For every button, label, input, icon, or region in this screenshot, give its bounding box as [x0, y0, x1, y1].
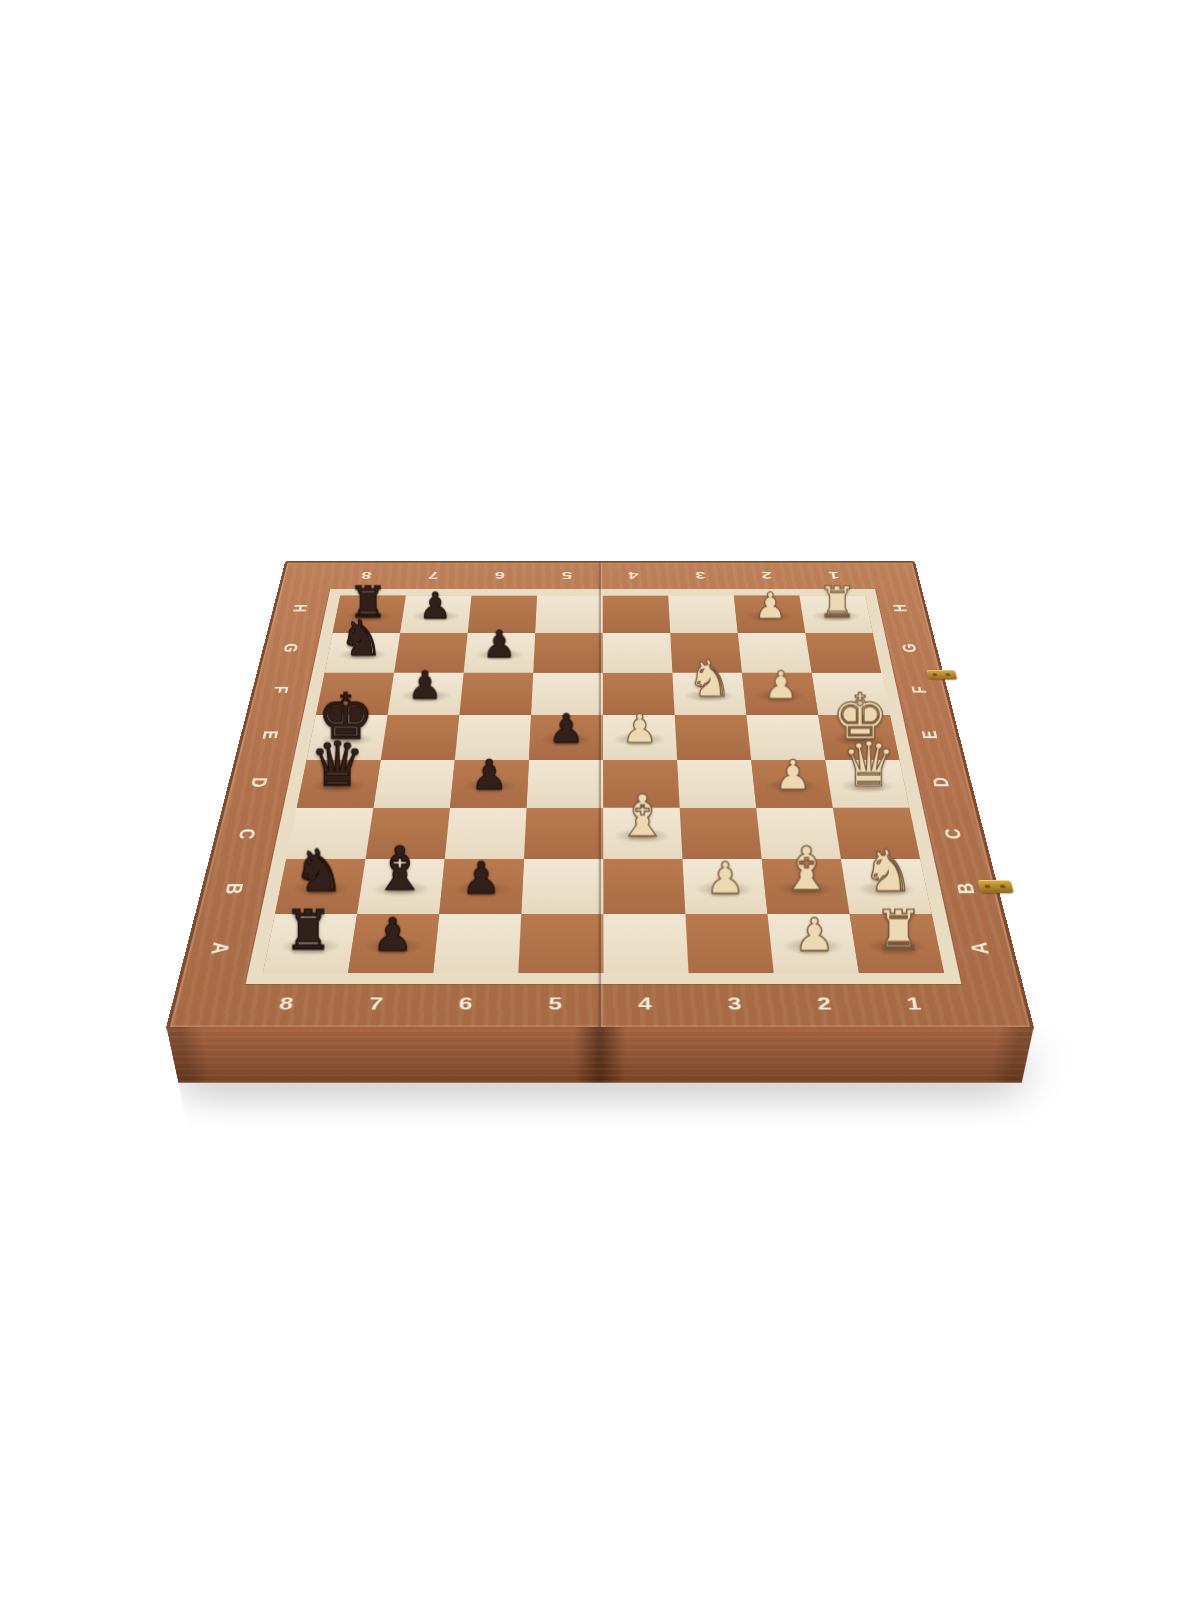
- square-f6: [459, 673, 533, 715]
- rank-label-near-7: 7: [329, 991, 422, 1017]
- square-g5: [533, 633, 603, 673]
- white-knight-b1: ♞: [862, 841, 914, 899]
- square-d1: ♛: [825, 760, 909, 808]
- square-h7: ♟: [400, 596, 471, 633]
- square-a2: ♟: [767, 914, 858, 973]
- board-frame: 87654321 87654321 HGFEDCBA HGFEDCBA ♜♟♟♜…: [166, 561, 1035, 1029]
- square-h5: [535, 596, 603, 633]
- black-pawn-h7: ♟: [419, 587, 451, 623]
- brass-clasp-bottom: [978, 880, 1014, 893]
- rank-label-far-7: 7: [399, 568, 468, 582]
- square-d8: ♛: [297, 760, 381, 808]
- white-bishop-b2: ♝: [780, 839, 834, 899]
- file-label-right-h: H: [864, 601, 936, 616]
- square-b4: [603, 859, 685, 914]
- rank-label-far-4: 4: [600, 568, 667, 582]
- black-pawn-a7: ♟: [372, 912, 413, 958]
- square-a6: [433, 914, 521, 973]
- white-rook-h1: ♜: [818, 580, 857, 623]
- black-knight-g8: ♞: [339, 613, 383, 662]
- square-e3: [675, 715, 752, 760]
- rank-label-near-1: 1: [867, 991, 961, 1017]
- rank-label-far-2: 2: [733, 568, 802, 582]
- square-h1: ♜: [799, 596, 872, 633]
- rank-labels-far: 87654321: [332, 568, 869, 582]
- board-front-edge: [166, 1027, 1033, 1083]
- brass-clasp-top: [927, 670, 958, 679]
- white-bishop-c4: ♝: [616, 787, 668, 845]
- black-pawn-e5: ♟: [548, 708, 584, 748]
- file-label-left-f: F: [242, 681, 319, 698]
- square-c5: [524, 808, 603, 859]
- rank-label-far-6: 6: [466, 568, 534, 582]
- square-d7: [373, 760, 454, 808]
- square-g1: [805, 633, 881, 673]
- white-pawn-b3: ♟: [706, 855, 745, 899]
- white-pawn-e4: ♟: [622, 708, 658, 748]
- square-a5: [518, 914, 603, 973]
- square-b6: ♟: [439, 859, 524, 914]
- square-g6: ♟: [464, 633, 536, 673]
- black-bishop-b7: ♝: [373, 839, 427, 899]
- square-f2: ♟: [742, 673, 818, 715]
- file-label-right-f: F: [881, 681, 958, 698]
- square-h4: [603, 596, 671, 633]
- rank-label-far-8: 8: [332, 568, 401, 582]
- square-b3: ♟: [682, 859, 767, 914]
- white-pawn-d2: ♟: [774, 754, 811, 795]
- file-label-left-g: G: [253, 640, 327, 656]
- rank-label-far-5: 5: [533, 568, 600, 582]
- file-label-left-h: H: [264, 601, 336, 616]
- black-pawn-d6: ♟: [471, 754, 508, 795]
- square-d2: ♟: [751, 760, 833, 808]
- rank-label-near-2: 2: [778, 991, 871, 1017]
- black-knight-b8: ♞: [293, 841, 345, 899]
- square-c4: ♝: [603, 808, 682, 859]
- square-a1: ♜: [850, 914, 944, 973]
- square-f3: ♞: [672, 673, 746, 715]
- square-h3: [668, 596, 738, 633]
- rank-label-far-1: 1: [799, 568, 868, 582]
- chessboard: 87654321 87654321 HGFEDCBA HGFEDCBA ♜♟♟♜…: [166, 561, 1035, 1029]
- square-d6: ♟: [450, 760, 529, 808]
- white-pawn-h2: ♟: [754, 587, 786, 623]
- square-e7: [381, 715, 460, 760]
- square-f7: ♟: [388, 673, 464, 715]
- black-pawn-b6: ♟: [462, 855, 501, 899]
- square-b5: [521, 859, 603, 914]
- square-e4: ♟: [603, 715, 677, 760]
- rank-label-far-3: 3: [666, 568, 734, 582]
- rank-label-near-4: 4: [600, 991, 690, 1017]
- black-pawn-f7: ♟: [408, 665, 442, 703]
- square-b7: ♝: [357, 859, 445, 914]
- black-pawn-g6: ♟: [483, 625, 516, 662]
- square-a3: [685, 914, 773, 973]
- product-photo-background: 87654321 87654321 HGFEDCBA HGFEDCBA ♜♟♟♜…: [0, 0, 1200, 1600]
- square-a4: [603, 914, 688, 973]
- square-g4: [603, 633, 673, 673]
- board-grid: ♜♟♟♜♞♟♟♞♟♚♟♟♚♛♟♟♛♝♞♝♟♟♝♞♜♟♟♜: [246, 589, 962, 984]
- rank-label-near-6: 6: [419, 991, 511, 1017]
- square-d5: [527, 760, 604, 808]
- white-knight-f3: ♞: [687, 653, 733, 704]
- square-e5: ♟: [529, 715, 603, 760]
- rank-label-near-3: 3: [689, 991, 781, 1017]
- square-a8: ♜: [263, 914, 357, 973]
- black-rook-a8: ♜: [284, 903, 333, 958]
- file-label-right-e: E: [890, 725, 969, 743]
- square-a7: ♟: [348, 914, 439, 973]
- square-b2: ♝: [762, 859, 850, 914]
- file-label-left-e: E: [231, 725, 310, 743]
- white-pawn-a2: ♟: [794, 912, 835, 958]
- square-d3: [677, 760, 756, 808]
- white-rook-a1: ♜: [874, 903, 923, 958]
- rank-label-near-8: 8: [239, 991, 333, 1017]
- white-pawn-f2: ♟: [764, 665, 798, 703]
- white-queen-d1: ♛: [841, 734, 896, 796]
- rank-label-near-5: 5: [510, 991, 600, 1017]
- square-h2: ♟: [734, 596, 805, 633]
- square-g8: ♞: [324, 633, 400, 673]
- file-label-right-g: G: [872, 640, 946, 656]
- black-queen-d8: ♛: [310, 734, 365, 796]
